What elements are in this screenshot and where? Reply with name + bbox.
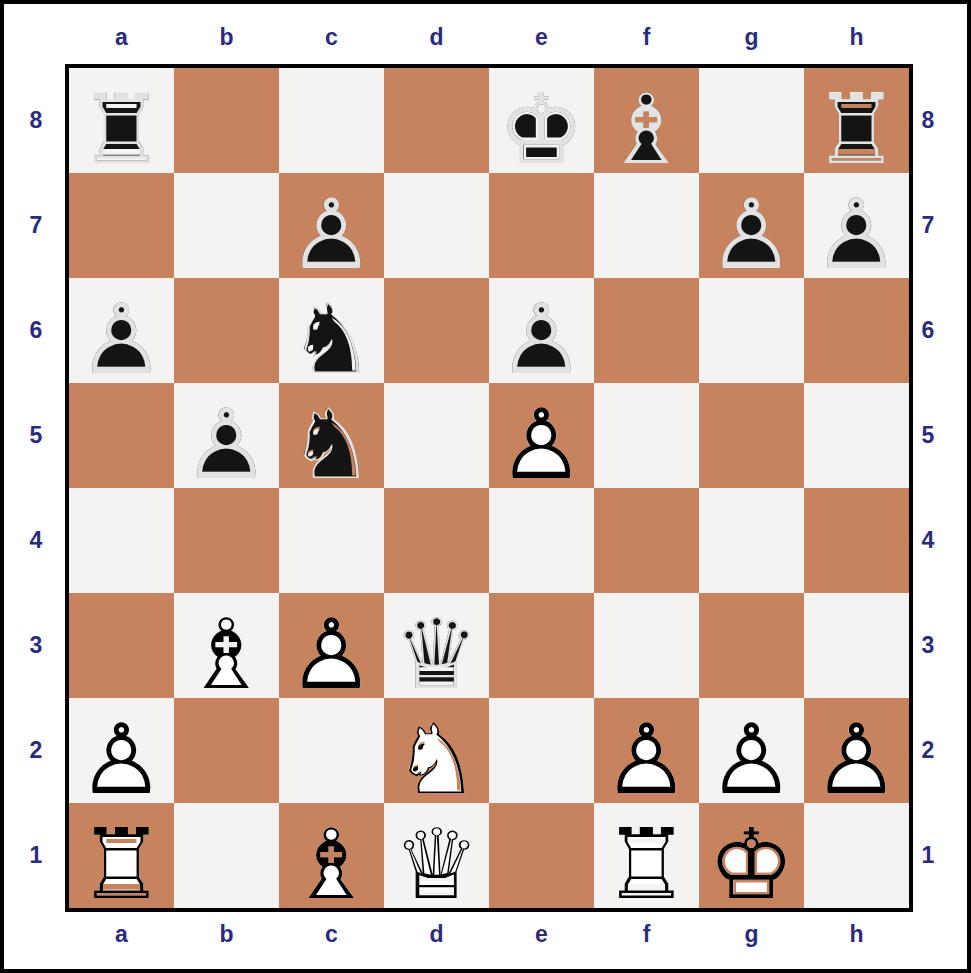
black-pawn: ♟♙ <box>489 287 594 392</box>
square-f8[interactable]: ♝♗ <box>594 68 699 173</box>
square-d7[interactable] <box>384 173 489 278</box>
square-g1[interactable]: ♚♔ <box>699 803 804 908</box>
square-b8[interactable] <box>174 68 279 173</box>
file-label-c: c <box>279 16 384 58</box>
square-h2[interactable]: ♟♙ <box>804 698 909 803</box>
file-label-f: f <box>594 912 699 956</box>
file-label-b: b <box>174 16 279 58</box>
rank-label-3: 3 <box>13 593 59 698</box>
black-pawn: ♟♙ <box>69 287 174 392</box>
white-pawn-outline-glyph: ♙ <box>699 707 804 812</box>
rank-labels-right: 87654321 <box>905 68 951 908</box>
square-f5[interactable] <box>594 383 699 488</box>
white-queen-outline-glyph: ♕ <box>384 812 489 917</box>
black-pawn: ♟♙ <box>804 182 909 287</box>
file-label-e: e <box>489 912 594 956</box>
white-pawn: ♟♙ <box>69 707 174 812</box>
file-label-h: h <box>804 912 909 956</box>
square-g4[interactable] <box>699 488 804 593</box>
file-labels-bottom: abcdefgh <box>69 912 909 956</box>
rank-label-5: 5 <box>905 383 951 488</box>
rank-label-7: 7 <box>905 173 951 278</box>
white-bishop-outline-glyph: ♗ <box>279 812 384 917</box>
white-rook: ♜♖ <box>69 812 174 917</box>
white-pawn-outline-glyph: ♙ <box>279 602 384 707</box>
rank-label-7: 7 <box>13 173 59 278</box>
file-label-e: e <box>489 16 594 58</box>
white-bishop-outline-glyph: ♗ <box>174 602 279 707</box>
square-c6[interactable]: ♞♘ <box>279 278 384 383</box>
file-label-d: d <box>384 912 489 956</box>
square-c8[interactable] <box>279 68 384 173</box>
black-pawn-outline-glyph: ♙ <box>174 392 279 497</box>
rank-label-6: 6 <box>905 278 951 383</box>
square-a5[interactable] <box>69 383 174 488</box>
rank-label-4: 4 <box>905 488 951 593</box>
chess-board: ♜♖♚♔♝♗♜♖♟♙♟♙♟♙♟♙♞♘♟♙♟♙♞♘♟♙♝♗♟♙♛♕♟♙♞♘♟♙♟♙… <box>65 64 913 912</box>
square-c5[interactable]: ♞♘ <box>279 383 384 488</box>
square-e2[interactable] <box>489 698 594 803</box>
white-king: ♚♔ <box>699 812 804 917</box>
white-pawn: ♟♙ <box>699 707 804 812</box>
square-g3[interactable] <box>699 593 804 698</box>
rank-label-1: 1 <box>905 803 951 908</box>
square-f4[interactable] <box>594 488 699 593</box>
square-e3[interactable] <box>489 593 594 698</box>
white-bishop: ♝♗ <box>279 812 384 917</box>
file-label-b: b <box>174 912 279 956</box>
square-g6[interactable] <box>699 278 804 383</box>
white-bishop: ♝♗ <box>174 602 279 707</box>
square-a1[interactable]: ♜♖ <box>69 803 174 908</box>
white-queen: ♛♕ <box>384 812 489 917</box>
square-a2[interactable]: ♟♙ <box>69 698 174 803</box>
rank-label-1: 1 <box>13 803 59 908</box>
white-pawn-outline-glyph: ♙ <box>804 707 909 812</box>
square-e8[interactable]: ♚♔ <box>489 68 594 173</box>
square-f7[interactable] <box>594 173 699 278</box>
rank-labels-left: 87654321 <box>13 68 59 908</box>
black-queen: ♛♕ <box>384 602 489 707</box>
white-pawn-outline-glyph: ♙ <box>594 707 699 812</box>
square-d4[interactable] <box>384 488 489 593</box>
square-b6[interactable] <box>174 278 279 383</box>
black-pawn-outline-glyph: ♙ <box>804 182 909 287</box>
square-g5[interactable] <box>699 383 804 488</box>
square-e7[interactable] <box>489 173 594 278</box>
square-g8[interactable] <box>699 68 804 173</box>
black-pawn: ♟♙ <box>279 182 384 287</box>
file-label-d: d <box>384 16 489 58</box>
black-knight: ♞♘ <box>279 392 384 497</box>
square-h8[interactable]: ♜♖ <box>804 68 909 173</box>
black-bishop: ♝♗ <box>594 77 699 182</box>
rank-label-3: 3 <box>905 593 951 698</box>
square-b4[interactable] <box>174 488 279 593</box>
rank-label-2: 2 <box>13 698 59 803</box>
white-pawn: ♟♙ <box>279 602 384 707</box>
file-label-g: g <box>699 912 804 956</box>
square-c2[interactable] <box>279 698 384 803</box>
square-g2[interactable]: ♟♙ <box>699 698 804 803</box>
black-knight-outline-glyph: ♘ <box>279 287 384 392</box>
square-f6[interactable] <box>594 278 699 383</box>
rank-label-4: 4 <box>13 488 59 593</box>
square-h3[interactable] <box>804 593 909 698</box>
file-label-g: g <box>699 16 804 58</box>
square-h1[interactable] <box>804 803 909 908</box>
white-pawn-outline-glyph: ♙ <box>69 707 174 812</box>
square-c4[interactable] <box>279 488 384 593</box>
square-d8[interactable] <box>384 68 489 173</box>
white-pawn: ♟♙ <box>594 707 699 812</box>
white-pawn: ♟♙ <box>804 707 909 812</box>
black-king-outline-glyph: ♔ <box>489 77 594 182</box>
file-label-f: f <box>594 16 699 58</box>
black-pawn: ♟♙ <box>174 392 279 497</box>
square-h5[interactable] <box>804 383 909 488</box>
square-d2[interactable]: ♞♘ <box>384 698 489 803</box>
square-c1[interactable]: ♝♗ <box>279 803 384 908</box>
white-king-outline-glyph: ♔ <box>699 812 804 917</box>
square-a3[interactable] <box>69 593 174 698</box>
white-pawn: ♟♙ <box>489 392 594 497</box>
black-pawn-outline-glyph: ♙ <box>699 182 804 287</box>
black-bishop-outline-glyph: ♗ <box>594 77 699 182</box>
black-pawn-outline-glyph: ♙ <box>279 182 384 287</box>
square-b7[interactable] <box>174 173 279 278</box>
rank-label-8: 8 <box>905 68 951 173</box>
white-rook: ♜♖ <box>594 812 699 917</box>
white-pawn-outline-glyph: ♙ <box>489 392 594 497</box>
white-knight: ♞♘ <box>384 707 489 812</box>
square-d6[interactable] <box>384 278 489 383</box>
black-pawn: ♟♙ <box>699 182 804 287</box>
black-rook: ♜♖ <box>804 77 909 182</box>
square-a7[interactable] <box>69 173 174 278</box>
square-a8[interactable]: ♜♖ <box>69 68 174 173</box>
square-h4[interactable] <box>804 488 909 593</box>
file-label-a: a <box>69 912 174 956</box>
rank-label-6: 6 <box>13 278 59 383</box>
white-rook-outline-glyph: ♖ <box>594 812 699 917</box>
white-rook-outline-glyph: ♖ <box>69 812 174 917</box>
black-pawn-outline-glyph: ♙ <box>489 287 594 392</box>
file-labels-top: abcdefgh <box>69 16 909 58</box>
square-d3[interactable]: ♛♕ <box>384 593 489 698</box>
square-b1[interactable] <box>174 803 279 908</box>
square-b2[interactable] <box>174 698 279 803</box>
chess-diagram-page: abcdefgh 87654321 ♜♖♚♔♝♗♜♖♟♙♟♙♟♙♟♙♞♘♟♙♟♙… <box>0 0 971 973</box>
file-label-a: a <box>69 16 174 58</box>
square-f1[interactable]: ♜♖ <box>594 803 699 908</box>
square-d1[interactable]: ♛♕ <box>384 803 489 908</box>
square-a4[interactable] <box>69 488 174 593</box>
square-g7[interactable]: ♟♙ <box>699 173 804 278</box>
square-a6[interactable]: ♟♙ <box>69 278 174 383</box>
black-queen-outline-glyph: ♕ <box>384 602 489 707</box>
square-f3[interactable] <box>594 593 699 698</box>
square-f2[interactable]: ♟♙ <box>594 698 699 803</box>
file-label-c: c <box>279 912 384 956</box>
black-knight: ♞♘ <box>279 287 384 392</box>
square-b5[interactable]: ♟♙ <box>174 383 279 488</box>
square-c3[interactable]: ♟♙ <box>279 593 384 698</box>
file-label-h: h <box>804 16 909 58</box>
square-h7[interactable]: ♟♙ <box>804 173 909 278</box>
rank-label-2: 2 <box>905 698 951 803</box>
square-e5[interactable]: ♟♙ <box>489 383 594 488</box>
black-pawn-outline-glyph: ♙ <box>69 287 174 392</box>
rank-label-5: 5 <box>13 383 59 488</box>
square-e1[interactable] <box>489 803 594 908</box>
square-d5[interactable] <box>384 383 489 488</box>
square-b3[interactable]: ♝♗ <box>174 593 279 698</box>
black-rook-outline-glyph: ♖ <box>69 77 174 182</box>
square-e6[interactable]: ♟♙ <box>489 278 594 383</box>
black-rook-outline-glyph: ♖ <box>804 77 909 182</box>
white-knight-outline-glyph: ♘ <box>384 707 489 812</box>
square-h6[interactable] <box>804 278 909 383</box>
black-knight-outline-glyph: ♘ <box>279 392 384 497</box>
black-rook: ♜♖ <box>69 77 174 182</box>
black-king: ♚♔ <box>489 77 594 182</box>
square-c7[interactable]: ♟♙ <box>279 173 384 278</box>
rank-label-8: 8 <box>13 68 59 173</box>
square-e4[interactable] <box>489 488 594 593</box>
